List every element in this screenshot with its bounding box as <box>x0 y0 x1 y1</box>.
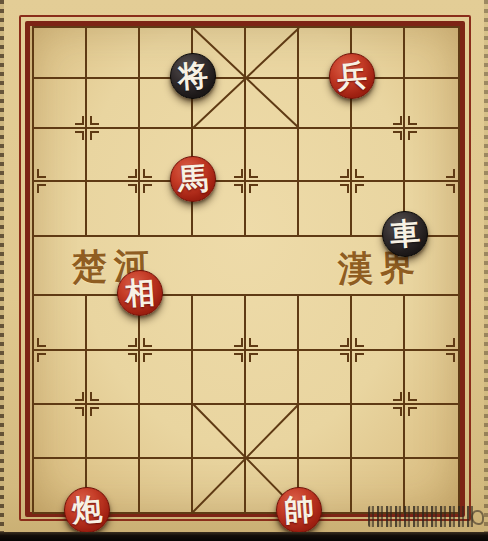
piece-red-elephant[interactable]: 相 <box>117 270 163 316</box>
pieces-layer: 将兵馬車相炮帥 <box>0 0 488 541</box>
photo-bottom-band <box>0 532 488 541</box>
piece-glyph: 将 <box>177 60 209 92</box>
piece-red-general[interactable]: 帥 <box>276 487 322 533</box>
piece-glyph: 相 <box>124 277 156 309</box>
piece-glyph: 兵 <box>336 60 368 92</box>
piece-glyph: 帥 <box>283 494 315 526</box>
piece-glyph: 炮 <box>71 494 103 526</box>
blurred-watermark <box>368 506 476 527</box>
piece-glyph: 馬 <box>177 163 209 195</box>
piece-red-soldier[interactable]: 兵 <box>329 53 375 99</box>
piece-red-cannon[interactable]: 炮 <box>64 487 110 533</box>
piece-black-chariot[interactable]: 車 <box>382 211 428 257</box>
piece-red-horse[interactable]: 馬 <box>170 156 216 202</box>
xiangqi-board-screen: 楚河 漢界 将兵馬車相炮帥 <box>0 0 488 541</box>
mat-stitched-edge-right <box>484 0 488 541</box>
piece-black-general[interactable]: 将 <box>170 53 216 99</box>
mat-stitched-edge-left <box>0 0 4 541</box>
piece-glyph: 車 <box>389 218 421 250</box>
